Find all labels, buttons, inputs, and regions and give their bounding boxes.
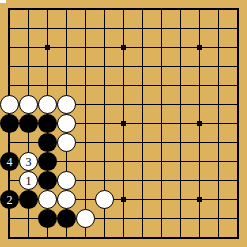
go-board[interactable]: 4312 <box>0 0 247 247</box>
white-stone <box>19 95 38 114</box>
black-stone <box>38 133 57 152</box>
white-stone: 3 <box>19 152 38 171</box>
black-stone <box>38 152 57 171</box>
black-stone: 4 <box>0 152 19 171</box>
black-stone <box>0 114 19 133</box>
white-stone <box>0 95 19 114</box>
black-stone <box>38 209 57 228</box>
stones-layer: 4312 <box>0 0 247 247</box>
move-number: 1 <box>26 175 32 187</box>
white-stone: 1 <box>19 171 38 190</box>
white-stone <box>57 133 76 152</box>
white-stone <box>57 95 76 114</box>
white-stone <box>76 209 95 228</box>
white-stone <box>57 190 76 209</box>
white-stone <box>38 190 57 209</box>
black-stone <box>19 190 38 209</box>
move-number: 4 <box>7 156 13 168</box>
black-stone <box>38 114 57 133</box>
move-number: 3 <box>26 156 32 168</box>
white-stone <box>95 190 114 209</box>
white-stone <box>57 114 76 133</box>
black-stone: 2 <box>0 190 19 209</box>
black-stone <box>57 209 76 228</box>
black-stone <box>38 171 57 190</box>
white-stone <box>57 171 76 190</box>
black-stone <box>19 114 38 133</box>
move-number: 2 <box>7 194 13 206</box>
white-stone <box>38 95 57 114</box>
